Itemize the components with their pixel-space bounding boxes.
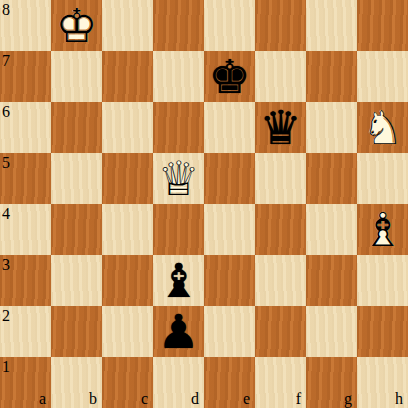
square-a5[interactable]: [0, 153, 51, 204]
square-b4[interactable]: [51, 204, 102, 255]
chess-board: ♚♔♚♛♞♘♛♕♝♗♝♟ 87654321abcdefgh: [0, 0, 408, 408]
square-b5[interactable]: [51, 153, 102, 204]
square-d6[interactable]: [153, 102, 204, 153]
square-d7[interactable]: [153, 51, 204, 102]
square-g2[interactable]: [306, 306, 357, 357]
square-g3[interactable]: [306, 255, 357, 306]
square-b2[interactable]: [51, 306, 102, 357]
black-king-icon: ♚: [208, 51, 250, 102]
white-bishop-outline-icon: ♗: [361, 204, 403, 255]
square-d4[interactable]: [153, 204, 204, 255]
white-knight-outline-icon: ♘: [361, 102, 403, 153]
square-g7[interactable]: [306, 51, 357, 102]
square-f1[interactable]: [255, 357, 306, 408]
square-c5[interactable]: [102, 153, 153, 204]
square-a1[interactable]: [0, 357, 51, 408]
piece-white-king-b8[interactable]: ♚♔: [51, 0, 102, 51]
square-f8[interactable]: [255, 0, 306, 51]
piece-black-bishop-d3[interactable]: ♝: [153, 255, 204, 306]
square-b3[interactable]: [51, 255, 102, 306]
square-f4[interactable]: [255, 204, 306, 255]
square-a6[interactable]: [0, 102, 51, 153]
black-pawn-icon: ♟: [157, 306, 199, 357]
black-queen-icon: ♛: [259, 102, 301, 153]
square-b6[interactable]: [51, 102, 102, 153]
square-h5[interactable]: [357, 153, 408, 204]
square-e1[interactable]: [204, 357, 255, 408]
square-c2[interactable]: [102, 306, 153, 357]
black-bishop-icon: ♝: [157, 255, 199, 306]
square-a4[interactable]: [0, 204, 51, 255]
square-h7[interactable]: [357, 51, 408, 102]
square-g8[interactable]: [306, 0, 357, 51]
square-h3[interactable]: [357, 255, 408, 306]
square-e5[interactable]: [204, 153, 255, 204]
square-f2[interactable]: [255, 306, 306, 357]
square-d1[interactable]: [153, 357, 204, 408]
square-a7[interactable]: [0, 51, 51, 102]
piece-black-king-e7[interactable]: ♚: [204, 51, 255, 102]
square-c1[interactable]: [102, 357, 153, 408]
white-king-outline-icon: ♔: [55, 0, 97, 51]
square-f3[interactable]: [255, 255, 306, 306]
square-c3[interactable]: [102, 255, 153, 306]
square-e2[interactable]: [204, 306, 255, 357]
piece-black-pawn-d2[interactable]: ♟: [153, 306, 204, 357]
square-h2[interactable]: [357, 306, 408, 357]
white-queen-outline-icon: ♕: [157, 153, 199, 204]
square-h1[interactable]: [357, 357, 408, 408]
piece-white-knight-h6[interactable]: ♞♘: [357, 102, 408, 153]
square-e8[interactable]: [204, 0, 255, 51]
piece-black-queen-f6[interactable]: ♛: [255, 102, 306, 153]
square-e3[interactable]: [204, 255, 255, 306]
square-a2[interactable]: [0, 306, 51, 357]
square-b7[interactable]: [51, 51, 102, 102]
square-c7[interactable]: [102, 51, 153, 102]
square-g5[interactable]: [306, 153, 357, 204]
square-g4[interactable]: [306, 204, 357, 255]
square-e4[interactable]: [204, 204, 255, 255]
piece-white-bishop-h4[interactable]: ♝♗: [357, 204, 408, 255]
square-a3[interactable]: [0, 255, 51, 306]
square-c8[interactable]: [102, 0, 153, 51]
square-b1[interactable]: [51, 357, 102, 408]
square-h8[interactable]: [357, 0, 408, 51]
square-f5[interactable]: [255, 153, 306, 204]
square-e6[interactable]: [204, 102, 255, 153]
square-f7[interactable]: [255, 51, 306, 102]
square-a8[interactable]: [0, 0, 51, 51]
square-d8[interactable]: [153, 0, 204, 51]
square-c4[interactable]: [102, 204, 153, 255]
piece-white-queen-d5[interactable]: ♛♕: [153, 153, 204, 204]
square-g6[interactable]: [306, 102, 357, 153]
square-g1[interactable]: [306, 357, 357, 408]
square-c6[interactable]: [102, 102, 153, 153]
